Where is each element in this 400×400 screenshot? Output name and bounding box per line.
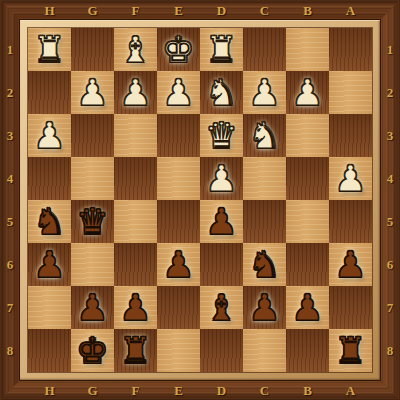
square-f5[interactable] [114, 200, 157, 243]
square-e7[interactable] [157, 286, 200, 329]
square-f8[interactable]: ♜ [114, 329, 157, 372]
square-g7[interactable]: ♟ [71, 286, 114, 329]
piece-black-pawn: ♟ [243, 286, 286, 329]
square-d7[interactable]: ♝ [200, 286, 243, 329]
square-h8[interactable] [28, 329, 71, 372]
square-h4[interactable] [28, 157, 71, 200]
piece-black-knight: ♞ [243, 243, 286, 286]
square-g4[interactable] [71, 157, 114, 200]
square-g6[interactable] [71, 243, 114, 286]
piece-black-rook: ♜ [329, 329, 372, 372]
square-h3[interactable]: ♟ [28, 114, 71, 157]
frame-left [0, 0, 20, 400]
square-e6[interactable]: ♟ [157, 243, 200, 286]
piece-black-knight: ♞ [28, 200, 71, 243]
square-a4[interactable]: ♟ [329, 157, 372, 200]
square-c4[interactable] [243, 157, 286, 200]
piece-black-pawn: ♟ [200, 200, 243, 243]
square-h5[interactable]: ♞ [28, 200, 71, 243]
square-d4[interactable]: ♟ [200, 157, 243, 200]
piece-black-pawn: ♟ [28, 243, 71, 286]
square-b6[interactable] [286, 243, 329, 286]
square-d2[interactable]: ♞ [200, 71, 243, 114]
square-a8[interactable]: ♜ [329, 329, 372, 372]
board-window: ♜♝♚♜♟♟♟♞♟♟♟♛♞♟♟♞♛♟♟♟♞♟♟♟♝♟♟♚♜♜ HHGGFFEED… [0, 0, 400, 400]
square-g2[interactable]: ♟ [71, 71, 114, 114]
piece-white-pawn: ♟ [28, 114, 71, 157]
frame-right [380, 0, 400, 400]
square-b5[interactable] [286, 200, 329, 243]
square-b1[interactable] [286, 28, 329, 71]
square-f2[interactable]: ♟ [114, 71, 157, 114]
square-a2[interactable] [329, 71, 372, 114]
square-b3[interactable] [286, 114, 329, 157]
square-h1[interactable]: ♜ [28, 28, 71, 71]
piece-white-pawn: ♟ [329, 157, 372, 200]
piece-white-bishop: ♝ [114, 28, 157, 71]
square-a1[interactable] [329, 28, 372, 71]
piece-white-pawn: ♟ [286, 71, 329, 114]
piece-black-pawn: ♟ [71, 286, 114, 329]
piece-white-pawn: ♟ [200, 157, 243, 200]
square-d1[interactable]: ♜ [200, 28, 243, 71]
piece-black-pawn: ♟ [329, 243, 372, 286]
piece-black-bishop: ♝ [200, 286, 243, 329]
piece-black-rook: ♜ [114, 329, 157, 372]
square-g1[interactable] [71, 28, 114, 71]
square-h2[interactable] [28, 71, 71, 114]
piece-white-knight: ♞ [243, 114, 286, 157]
square-d3[interactable]: ♛ [200, 114, 243, 157]
piece-white-knight: ♞ [200, 71, 243, 114]
piece-white-king: ♚ [157, 28, 200, 71]
square-b7[interactable]: ♟ [286, 286, 329, 329]
square-a3[interactable] [329, 114, 372, 157]
square-b8[interactable] [286, 329, 329, 372]
square-b4[interactable] [286, 157, 329, 200]
square-e1[interactable]: ♚ [157, 28, 200, 71]
square-b2[interactable]: ♟ [286, 71, 329, 114]
square-f7[interactable]: ♟ [114, 286, 157, 329]
frame-top [0, 0, 400, 20]
square-e3[interactable] [157, 114, 200, 157]
square-g3[interactable] [71, 114, 114, 157]
square-g8[interactable]: ♚ [71, 329, 114, 372]
square-g5[interactable]: ♛ [71, 200, 114, 243]
square-d6[interactable] [200, 243, 243, 286]
piece-white-pawn: ♟ [243, 71, 286, 114]
square-h6[interactable]: ♟ [28, 243, 71, 286]
piece-black-queen: ♛ [71, 200, 114, 243]
square-c8[interactable] [243, 329, 286, 372]
square-e5[interactable] [157, 200, 200, 243]
piece-white-pawn: ♟ [114, 71, 157, 114]
piece-black-king: ♚ [71, 329, 114, 372]
piece-white-pawn: ♟ [71, 71, 114, 114]
piece-black-pawn: ♟ [114, 286, 157, 329]
square-c5[interactable] [243, 200, 286, 243]
square-e8[interactable] [157, 329, 200, 372]
piece-black-pawn: ♟ [157, 243, 200, 286]
square-f3[interactable] [114, 114, 157, 157]
square-c7[interactable]: ♟ [243, 286, 286, 329]
square-e2[interactable]: ♟ [157, 71, 200, 114]
square-c3[interactable]: ♞ [243, 114, 286, 157]
piece-white-queen: ♛ [200, 114, 243, 157]
square-d8[interactable] [200, 329, 243, 372]
piece-black-pawn: ♟ [286, 286, 329, 329]
square-a6[interactable]: ♟ [329, 243, 372, 286]
square-d5[interactable]: ♟ [200, 200, 243, 243]
piece-white-pawn: ♟ [157, 71, 200, 114]
chess-board: ♜♝♚♜♟♟♟♞♟♟♟♛♞♟♟♞♛♟♟♟♞♟♟♟♝♟♟♚♜♜ [28, 28, 372, 372]
square-c1[interactable] [243, 28, 286, 71]
square-a5[interactable] [329, 200, 372, 243]
square-f4[interactable] [114, 157, 157, 200]
piece-white-rook: ♜ [28, 28, 71, 71]
square-h7[interactable] [28, 286, 71, 329]
square-f6[interactable] [114, 243, 157, 286]
square-c6[interactable]: ♞ [243, 243, 286, 286]
square-f1[interactable]: ♝ [114, 28, 157, 71]
square-c2[interactable]: ♟ [243, 71, 286, 114]
square-e4[interactable] [157, 157, 200, 200]
piece-white-rook: ♜ [200, 28, 243, 71]
frame-bottom [0, 380, 400, 400]
square-a7[interactable] [329, 286, 372, 329]
